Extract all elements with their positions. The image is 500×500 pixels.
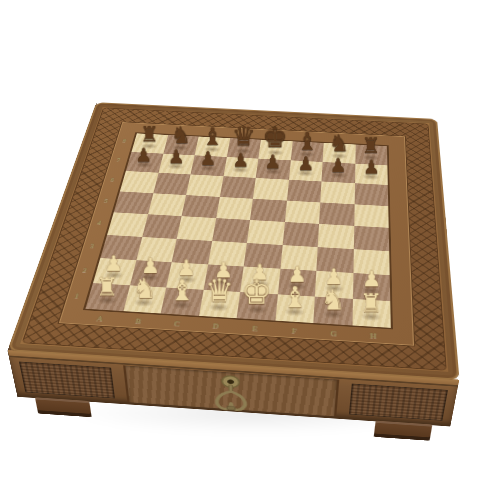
white-knight[interactable]: ♞ [321, 286, 346, 314]
chess-box: ABCDEFGH 87654321 ♜♞♝♛♚♝♞♜♟♟♟♟♟♟♟♟♟♟♟♟♟♟… [7, 102, 459, 380]
piece-cell: ♝ [275, 294, 315, 323]
square-e6[interactable] [253, 178, 289, 200]
piece-cell: ♝ [161, 287, 204, 316]
square-a5[interactable] [114, 191, 153, 214]
board-top: ABCDEFGH 87654321 ♜♞♝♛♚♝♞♜♟♟♟♟♟♟♟♟♟♟♟♟♟♟… [7, 102, 459, 380]
key-icon [205, 373, 255, 428]
square-g7[interactable] [321, 162, 354, 183]
white-rook[interactable]: ♜ [96, 275, 119, 300]
white-bishop[interactable]: ♝ [282, 283, 308, 312]
carved-panel-left [19, 362, 115, 399]
box-foot-left [34, 397, 91, 417]
white-pawn[interactable]: ♟ [104, 253, 123, 274]
piece-cell: ♞ [123, 285, 166, 314]
square-g6[interactable] [320, 181, 354, 204]
square-c5[interactable] [182, 195, 220, 218]
white-knight[interactable]: ♞ [132, 275, 157, 302]
square-f6[interactable] [287, 180, 322, 202]
square-b6[interactable] [153, 173, 191, 195]
square-f7[interactable] [289, 160, 323, 181]
white-bishop[interactable]: ♝ [169, 276, 195, 305]
square-c7[interactable] [191, 155, 227, 176]
box-foot-right [374, 421, 433, 441]
square-e8[interactable] [258, 140, 292, 160]
square-h7[interactable] [355, 163, 388, 185]
carved-panel-right [349, 384, 448, 421]
square-d7[interactable] [223, 157, 258, 178]
square-d5[interactable] [216, 197, 253, 220]
square-a8[interactable] [131, 133, 167, 153]
white-rook[interactable]: ♜ [360, 291, 383, 317]
square-b5[interactable] [148, 193, 187, 216]
product-photo: ABCDEFGH 87654321 ♜♞♝♛♚♝♞♜♟♟♟♟♟♟♟♟♟♟♟♟♟♟… [0, 0, 500, 500]
square-c8[interactable] [195, 137, 230, 157]
square-h6[interactable] [354, 183, 388, 206]
piece-cell: ♚ [237, 292, 278, 321]
square-c6[interactable] [186, 174, 223, 196]
white-pawn[interactable]: ♟ [362, 268, 381, 290]
square-g8[interactable] [323, 143, 356, 164]
square-a7[interactable] [126, 152, 163, 173]
square-b8[interactable] [163, 135, 199, 155]
square-f8[interactable] [290, 141, 323, 161]
square-e7[interactable] [256, 158, 291, 179]
square-a6[interactable] [120, 171, 158, 193]
white-queen[interactable]: ♛ [205, 275, 234, 307]
square-h8[interactable] [355, 145, 387, 166]
square-b7[interactable] [158, 153, 195, 174]
square-d8[interactable] [226, 138, 260, 158]
square-e5[interactable] [250, 198, 287, 221]
piece-cell: ♛ [199, 289, 241, 318]
square-d6[interactable] [219, 176, 255, 198]
white-king[interactable]: ♚ [242, 275, 273, 309]
